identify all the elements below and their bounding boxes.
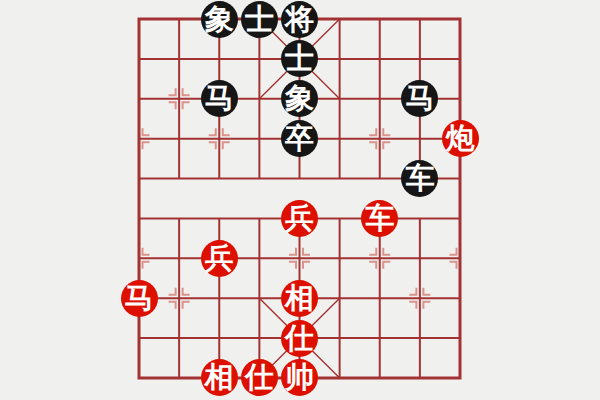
piece-red-advisor[interactable]: 仕: [241, 359, 278, 396]
piece-black-advisor[interactable]: 士: [281, 40, 318, 77]
piece-black-horse[interactable]: 马: [401, 80, 438, 117]
piece-red-horse[interactable]: 马: [121, 280, 158, 317]
piece-red-elephant[interactable]: 相: [281, 280, 318, 317]
xiangqi-board[interactable]: 象士将士马象马卒炮车兵车兵马相仕相仕帅: [139, 19, 460, 378]
piece-red-cannon[interactable]: 炮: [442, 120, 479, 157]
screen: { "game": "xiangqi", "board": { "columns…: [0, 0, 600, 400]
piece-red-soldier[interactable]: 兵: [281, 200, 318, 237]
piece-red-general[interactable]: 帅: [281, 359, 318, 396]
piece-black-soldier[interactable]: 卒: [281, 120, 318, 157]
piece-red-chariot[interactable]: 车: [361, 200, 398, 237]
pieces-layer: 象士将士马象马卒炮车兵车兵马相仕相仕帅: [119, 0, 480, 398]
piece-black-horse[interactable]: 马: [201, 80, 238, 117]
piece-black-chariot[interactable]: 车: [401, 160, 438, 197]
piece-red-advisor[interactable]: 仕: [281, 320, 318, 357]
piece-black-advisor[interactable]: 士: [241, 1, 278, 38]
piece-red-elephant[interactable]: 相: [201, 359, 238, 396]
piece-black-elephant[interactable]: 象: [201, 1, 238, 38]
piece-red-soldier[interactable]: 兵: [201, 240, 238, 277]
piece-black-general[interactable]: 将: [281, 1, 318, 38]
piece-black-elephant[interactable]: 象: [281, 80, 318, 117]
